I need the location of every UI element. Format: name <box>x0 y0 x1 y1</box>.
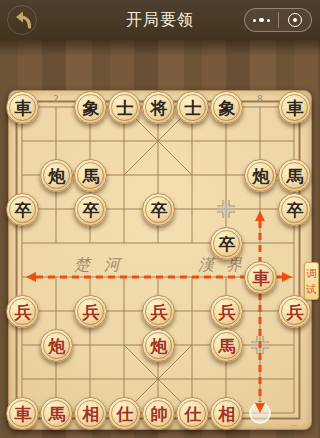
piece-black-車[interactable]: 車 <box>6 91 39 124</box>
piece-red-炮[interactable]: 炮 <box>40 329 73 362</box>
piece-label: 馬 <box>41 398 74 431</box>
piece-black-炮[interactable]: 炮 <box>40 159 73 192</box>
piece-black-卒[interactable]: 卒 <box>210 227 243 260</box>
piece-red-車[interactable]: 車 <box>244 261 277 294</box>
piece-label: 兵 <box>7 296 40 329</box>
piece-label: 卒 <box>75 194 108 227</box>
piece-label: 炮 <box>41 160 74 193</box>
piece-label: 車 <box>245 262 278 295</box>
piece-label: 士 <box>109 92 142 125</box>
piece-label: 馬 <box>211 330 244 363</box>
piece-label: 象 <box>75 92 108 125</box>
piece-red-炮[interactable]: 炮 <box>142 329 175 362</box>
piece-black-馬[interactable]: 馬 <box>278 159 311 192</box>
piece-red-車[interactable]: 車 <box>6 397 39 430</box>
piece-label: 馬 <box>279 160 312 193</box>
exit-icon[interactable] <box>279 13 312 27</box>
piece-red-相[interactable]: 相 <box>74 397 107 430</box>
piece-label: 相 <box>211 398 244 431</box>
piece-label: 仕 <box>177 398 210 431</box>
piece-black-象[interactable]: 象 <box>210 91 243 124</box>
piece-black-将[interactable]: 将 <box>142 91 175 124</box>
piece-label: 卒 <box>7 194 40 227</box>
piece-black-象[interactable]: 象 <box>74 91 107 124</box>
piece-red-相[interactable]: 相 <box>210 397 243 430</box>
piece-label: 炮 <box>41 330 74 363</box>
piece-label: 相 <box>75 398 108 431</box>
piece-red-兵[interactable]: 兵 <box>6 295 39 328</box>
piece-label: 兵 <box>211 296 244 329</box>
piece-black-馬[interactable]: 馬 <box>74 159 107 192</box>
piece-label: 兵 <box>279 296 312 329</box>
piece-black-士[interactable]: 士 <box>108 91 141 124</box>
header-shadow <box>0 40 320 56</box>
piece-black-卒[interactable]: 卒 <box>74 193 107 226</box>
debug-tab[interactable]: 调试 <box>304 262 319 300</box>
piece-label: 卒 <box>211 228 244 261</box>
app-screen: 开局要领 楚河 漢界 2 8 二 一 車象士将士象車炮馬炮馬卒卒卒卒卒車兵兵兵兵… <box>0 0 320 438</box>
piece-label: 兵 <box>143 296 176 329</box>
piece-black-炮[interactable]: 炮 <box>244 159 277 192</box>
piece-label: 炮 <box>245 160 278 193</box>
piece-label: 兵 <box>75 296 108 329</box>
piece-label: 帥 <box>143 398 176 431</box>
piece-black-士[interactable]: 士 <box>176 91 209 124</box>
piece-label: 仕 <box>109 398 142 431</box>
piece-red-兵[interactable]: 兵 <box>142 295 175 328</box>
piece-black-卒[interactable]: 卒 <box>6 193 39 226</box>
piece-label: 卒 <box>279 194 312 227</box>
piece-label: 車 <box>7 398 40 431</box>
piece-black-車[interactable]: 車 <box>278 91 311 124</box>
piece-label: 卒 <box>143 194 176 227</box>
wechat-capsule <box>244 8 312 32</box>
piece-red-兵[interactable]: 兵 <box>74 295 107 328</box>
piece-label: 車 <box>7 92 40 125</box>
piece-red-帥[interactable]: 帥 <box>142 397 175 430</box>
piece-label: 炮 <box>143 330 176 363</box>
piece-red-仕[interactable]: 仕 <box>108 397 141 430</box>
piece-label: 象 <box>211 92 244 125</box>
piece-red-仕[interactable]: 仕 <box>176 397 209 430</box>
nav-bar: 开局要领 <box>0 0 320 40</box>
xiangqi-board[interactable] <box>8 90 312 430</box>
piece-label: 馬 <box>75 160 108 193</box>
piece-red-馬[interactable]: 馬 <box>40 397 73 430</box>
more-icon[interactable] <box>245 18 278 23</box>
piece-black-卒[interactable]: 卒 <box>142 193 175 226</box>
piece-red-馬[interactable]: 馬 <box>210 329 243 362</box>
piece-label: 将 <box>143 92 176 125</box>
piece-label: 士 <box>177 92 210 125</box>
piece-label: 車 <box>279 92 312 125</box>
piece-red-兵[interactable]: 兵 <box>210 295 243 328</box>
piece-black-卒[interactable]: 卒 <box>278 193 311 226</box>
